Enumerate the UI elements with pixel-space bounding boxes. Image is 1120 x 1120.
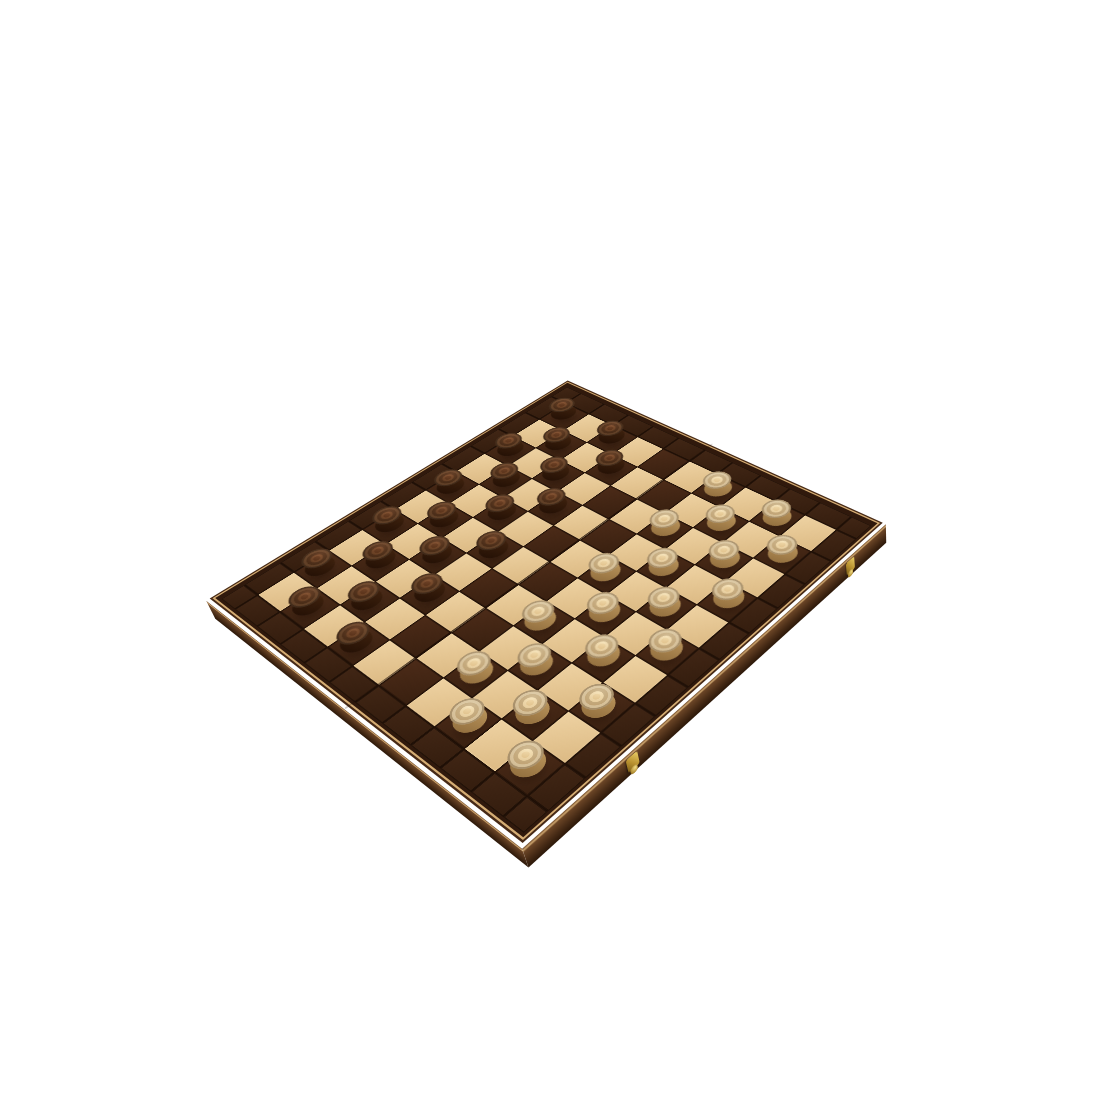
brass-clasp-icon[interactable]: [626, 750, 640, 773]
checkers-board-3d: [206, 380, 886, 848]
board-mat-border: [215, 383, 877, 837]
dark-piece[interactable]: [528, 492, 581, 525]
dark-square[interactable]: [341, 582, 399, 621]
dark-piece[interactable]: [295, 551, 351, 588]
dark-square[interactable]: [295, 551, 351, 588]
board-outer-rim: [210, 380, 883, 842]
product-photo-canvas: [0, 0, 1120, 1120]
perspective-scene: [550, 522, 1093, 1065]
frame-cell: [221, 585, 257, 609]
dark-square[interactable]: [528, 492, 581, 525]
dark-piece[interactable]: [341, 582, 399, 621]
board-pinstripe: [212, 382, 880, 840]
brass-clasp-icon[interactable]: [846, 556, 855, 576]
board-grid: [221, 387, 871, 833]
